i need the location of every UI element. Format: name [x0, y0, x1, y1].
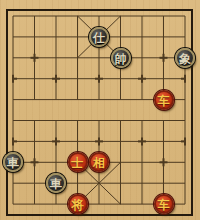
intersection-f2r7[interactable] — [45, 152, 67, 173]
intersection-f6r0[interactable] — [131, 6, 153, 27]
intersection-f3r6[interactable] — [67, 131, 89, 152]
intersection-f3r8[interactable] — [67, 173, 89, 194]
intersection-f4r8[interactable] — [88, 173, 110, 194]
piece-glyph: 帥 — [115, 52, 127, 64]
intersection-f1r8[interactable] — [24, 173, 46, 194]
intersection-f4r2[interactable] — [88, 47, 110, 68]
intersection-f3r7[interactable]: 士 — [67, 152, 89, 173]
piece-red-chariot-2[interactable]: 车 — [154, 194, 174, 214]
intersection-f0r9[interactable] — [2, 194, 24, 215]
intersection-f2r9[interactable] — [45, 194, 67, 215]
intersection-f5r1[interactable] — [110, 26, 132, 47]
piece-glyph: 车 — [158, 94, 170, 106]
intersection-f0r2[interactable] — [2, 47, 24, 68]
intersection-f6r8[interactable] — [131, 173, 153, 194]
piece-glyph: 相 — [93, 157, 105, 169]
intersection-f0r5[interactable] — [2, 110, 24, 131]
intersection-f0r7[interactable]: 車 — [2, 152, 24, 173]
intersection-f8r8[interactable] — [174, 173, 196, 194]
intersection-f0r4[interactable] — [2, 89, 24, 110]
intersection-f7r2[interactable] — [153, 47, 175, 68]
intersection-f0r0[interactable] — [2, 6, 24, 27]
intersection-f7r9[interactable]: 车 — [153, 194, 175, 215]
piece-red-chariot-1[interactable]: 车 — [154, 90, 174, 110]
intersection-f0r6[interactable] — [2, 131, 24, 152]
intersection-f1r2[interactable] — [24, 47, 46, 68]
intersection-f5r3[interactable] — [110, 68, 132, 89]
intersection-f1r1[interactable] — [24, 26, 46, 47]
intersection-f6r3[interactable] — [131, 68, 153, 89]
intersection-f2r0[interactable] — [45, 6, 67, 27]
intersection-f0r3[interactable] — [2, 68, 24, 89]
intersection-f0r1[interactable] — [2, 26, 24, 47]
intersection-f4r4[interactable] — [88, 89, 110, 110]
intersection-f1r3[interactable] — [24, 68, 46, 89]
intersection-f8r5[interactable] — [174, 110, 196, 131]
intersection-f6r2[interactable] — [131, 47, 153, 68]
intersection-f2r6[interactable] — [45, 131, 67, 152]
xiangqi-board: 仕帥象车車士相車将车 — [2, 6, 196, 215]
intersection-f0r8[interactable] — [2, 173, 24, 194]
intersection-f3r1[interactable] — [67, 26, 89, 47]
intersection-f2r4[interactable] — [45, 89, 67, 110]
intersection-f8r4[interactable] — [174, 89, 196, 110]
intersection-f8r7[interactable] — [174, 152, 196, 173]
intersection-f8r2[interactable]: 象 — [174, 47, 196, 68]
piece-glyph: 将 — [72, 199, 84, 211]
intersection-f8r0[interactable] — [174, 6, 196, 27]
intersection-f5r6[interactable] — [110, 131, 132, 152]
intersection-f4r9[interactable] — [88, 194, 110, 215]
intersection-f5r5[interactable] — [110, 110, 132, 131]
piece-glyph: 仕 — [93, 31, 105, 43]
intersection-f8r6[interactable] — [174, 131, 196, 152]
intersection-f4r0[interactable] — [88, 6, 110, 27]
intersection-f6r5[interactable] — [131, 110, 153, 131]
intersection-f8r9[interactable] — [174, 194, 196, 215]
piece-dark-elephant[interactable]: 象 — [175, 48, 195, 68]
intersection-f7r6[interactable] — [153, 131, 175, 152]
intersection-f4r1[interactable]: 仕 — [88, 26, 110, 47]
intersection-f3r2[interactable] — [67, 47, 89, 68]
piece-glyph: 車 — [50, 178, 62, 190]
intersection-f2r2[interactable] — [45, 47, 67, 68]
piece-dark-chariot-2[interactable]: 車 — [46, 173, 66, 193]
piece-red-elephant[interactable]: 相 — [89, 152, 109, 172]
intersection-f2r5[interactable] — [45, 110, 67, 131]
piece-dark-king[interactable]: 帥 — [111, 48, 131, 68]
intersection-f3r0[interactable] — [67, 6, 89, 27]
intersection-f3r3[interactable] — [67, 68, 89, 89]
piece-glyph: 象 — [179, 52, 191, 64]
intersection-f5r7[interactable] — [110, 152, 132, 173]
intersection-f6r9[interactable] — [131, 194, 153, 215]
intersection-f7r5[interactable] — [153, 110, 175, 131]
intersection-f3r4[interactable] — [67, 89, 89, 110]
piece-red-advisor[interactable]: 士 — [68, 152, 88, 172]
piece-glyph: 士 — [72, 157, 84, 169]
intersection-f6r4[interactable] — [131, 89, 153, 110]
piece-glyph: 車 — [7, 157, 19, 169]
intersection-f7r7[interactable] — [153, 152, 175, 173]
intersection-f5r4[interactable] — [110, 89, 132, 110]
intersection-f7r0[interactable] — [153, 6, 175, 27]
xiangqi-app: 仕帥象车車士相車将车 — [0, 0, 200, 220]
piece-dark-advisor[interactable]: 仕 — [89, 27, 109, 47]
intersection-f5r9[interactable] — [110, 194, 132, 215]
intersection-f6r6[interactable] — [131, 131, 153, 152]
intersection-f4r5[interactable] — [88, 110, 110, 131]
intersection-f3r5[interactable] — [67, 110, 89, 131]
intersection-f1r7[interactable] — [24, 152, 46, 173]
intersection-f5r2[interactable]: 帥 — [110, 47, 132, 68]
intersection-f8r1[interactable] — [174, 26, 196, 47]
intersection-f7r3[interactable] — [153, 68, 175, 89]
piece-dark-chariot-1[interactable]: 車 — [3, 152, 23, 172]
intersection-f8r3[interactable] — [174, 68, 196, 89]
intersection-f7r4[interactable]: 车 — [153, 89, 175, 110]
intersection-f1r6[interactable] — [24, 131, 46, 152]
intersection-f1r4[interactable] — [24, 89, 46, 110]
intersection-f4r7[interactable]: 相 — [88, 152, 110, 173]
intersection-f5r8[interactable] — [110, 173, 132, 194]
intersection-f1r9[interactable] — [24, 194, 46, 215]
intersection-f2r8[interactable]: 車 — [45, 173, 67, 194]
intersection-f4r3[interactable] — [88, 68, 110, 89]
intersection-f2r1[interactable] — [45, 26, 67, 47]
intersection-f1r5[interactable] — [24, 110, 46, 131]
intersection-f7r1[interactable] — [153, 26, 175, 47]
intersection-f6r7[interactable] — [131, 152, 153, 173]
intersection-f6r1[interactable] — [131, 26, 153, 47]
piece-glyph: 车 — [158, 199, 170, 211]
intersection-f3r9[interactable]: 将 — [67, 194, 89, 215]
intersection-f7r8[interactable] — [153, 173, 175, 194]
intersection-f4r6[interactable] — [88, 131, 110, 152]
intersection-f2r3[interactable] — [45, 68, 67, 89]
piece-red-king[interactable]: 将 — [68, 194, 88, 214]
intersection-f5r0[interactable] — [110, 6, 132, 27]
intersection-f1r0[interactable] — [24, 6, 46, 27]
